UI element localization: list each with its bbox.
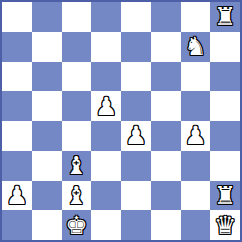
square-d3[interactable] [91, 151, 121, 181]
square-g4[interactable]: ♟ [181, 121, 211, 151]
white-king[interactable]: ♚ [65, 213, 87, 238]
white-bishop[interactable]: ♝ [65, 153, 87, 178]
square-d7[interactable] [91, 32, 121, 62]
chess-board: ♜♞♟♟♟♝♟♝♜♚♛ [0, 0, 242, 242]
square-b3[interactable] [32, 151, 62, 181]
square-c8[interactable] [62, 2, 92, 32]
white-pawn[interactable]: ♟ [125, 123, 147, 148]
square-g1[interactable] [181, 210, 211, 240]
square-f8[interactable] [151, 2, 181, 32]
square-a1[interactable] [2, 210, 32, 240]
square-f6[interactable] [151, 62, 181, 92]
square-a8[interactable] [2, 2, 32, 32]
square-f7[interactable] [151, 32, 181, 62]
square-a5[interactable] [2, 91, 32, 121]
square-g5[interactable] [181, 91, 211, 121]
square-b8[interactable] [32, 2, 62, 32]
square-h2[interactable]: ♜ [210, 181, 240, 211]
square-h1[interactable]: ♛ [210, 210, 240, 240]
square-e3[interactable] [121, 151, 151, 181]
square-c2[interactable]: ♝ [62, 181, 92, 211]
square-c7[interactable] [62, 32, 92, 62]
square-f1[interactable] [151, 210, 181, 240]
square-h8[interactable]: ♜ [210, 2, 240, 32]
square-b4[interactable] [32, 121, 62, 151]
square-f2[interactable] [151, 181, 181, 211]
square-d1[interactable] [91, 210, 121, 240]
square-b1[interactable] [32, 210, 62, 240]
square-g8[interactable] [181, 2, 211, 32]
square-e4[interactable]: ♟ [121, 121, 151, 151]
square-h4[interactable] [210, 121, 240, 151]
square-f4[interactable] [151, 121, 181, 151]
white-rook[interactable]: ♜ [214, 183, 236, 208]
white-pawn[interactable]: ♟ [6, 183, 28, 208]
square-e6[interactable] [121, 62, 151, 92]
square-h6[interactable] [210, 62, 240, 92]
square-e2[interactable] [121, 181, 151, 211]
square-e5[interactable] [121, 91, 151, 121]
square-g7[interactable]: ♞ [181, 32, 211, 62]
square-e7[interactable] [121, 32, 151, 62]
square-b7[interactable] [32, 32, 62, 62]
square-d5[interactable]: ♟ [91, 91, 121, 121]
square-d4[interactable] [91, 121, 121, 151]
square-c1[interactable]: ♚ [62, 210, 92, 240]
square-a6[interactable] [2, 62, 32, 92]
square-e1[interactable] [121, 210, 151, 240]
square-b2[interactable] [32, 181, 62, 211]
square-a4[interactable] [2, 121, 32, 151]
square-d6[interactable] [91, 62, 121, 92]
square-e8[interactable] [121, 2, 151, 32]
square-d8[interactable] [91, 2, 121, 32]
square-f5[interactable] [151, 91, 181, 121]
square-h5[interactable] [210, 91, 240, 121]
square-g3[interactable] [181, 151, 211, 181]
square-b5[interactable] [32, 91, 62, 121]
white-pawn[interactable]: ♟ [184, 123, 206, 148]
square-a7[interactable] [2, 32, 32, 62]
square-c3[interactable]: ♝ [62, 151, 92, 181]
square-h7[interactable] [210, 32, 240, 62]
square-g2[interactable] [181, 181, 211, 211]
square-a3[interactable] [2, 151, 32, 181]
square-c6[interactable] [62, 62, 92, 92]
white-pawn[interactable]: ♟ [95, 94, 117, 119]
white-bishop[interactable]: ♝ [65, 183, 87, 208]
square-f3[interactable] [151, 151, 181, 181]
square-c5[interactable] [62, 91, 92, 121]
square-h3[interactable] [210, 151, 240, 181]
square-g6[interactable] [181, 62, 211, 92]
white-knight[interactable]: ♞ [184, 34, 206, 59]
square-a2[interactable]: ♟ [2, 181, 32, 211]
white-rook[interactable]: ♜ [214, 4, 236, 29]
square-d2[interactable] [91, 181, 121, 211]
square-b6[interactable] [32, 62, 62, 92]
square-c4[interactable] [62, 121, 92, 151]
white-queen[interactable]: ♛ [214, 213, 236, 238]
